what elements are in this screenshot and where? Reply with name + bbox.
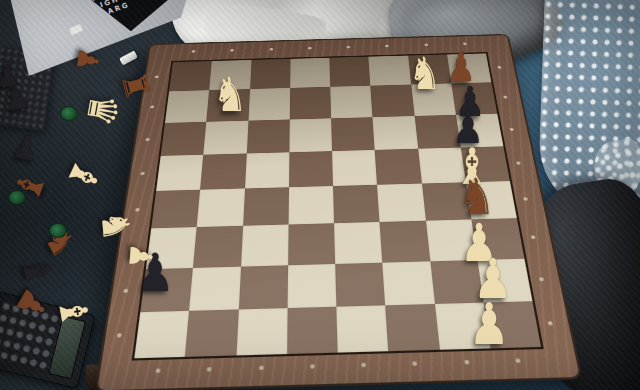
pile-piece-cream-queen[interactable]: ♛ (80, 91, 125, 130)
square-f3[interactable] (373, 116, 418, 150)
square-d5[interactable] (288, 186, 334, 225)
square-b8[interactable] (185, 309, 238, 357)
square-f7[interactable] (382, 261, 434, 305)
frame-dot (531, 236, 536, 240)
felt-base (8, 190, 26, 205)
square-e6[interactable] (334, 222, 382, 263)
piece-knight-b2[interactable]: ♞ (213, 71, 247, 119)
frame-dot (308, 47, 312, 50)
square-e4[interactable] (332, 150, 377, 186)
frame-dot (548, 321, 553, 325)
pile-piece-cream-bishop[interactable]: ♝ (53, 294, 95, 331)
square-c4[interactable] (245, 152, 290, 188)
square-d2[interactable] (290, 87, 332, 119)
square-b6[interactable] (193, 226, 242, 267)
square-c1[interactable] (250, 59, 291, 89)
square-d6[interactable] (288, 223, 335, 264)
square-a3[interactable] (161, 121, 207, 155)
square-f5[interactable] (377, 184, 425, 223)
frame-dot (503, 96, 507, 99)
frame-dot (509, 128, 513, 131)
square-d8[interactable] (287, 306, 338, 354)
square-d7[interactable] (287, 264, 336, 308)
square-b4[interactable] (200, 153, 246, 189)
square-a2[interactable] (165, 90, 209, 122)
frame-dot (361, 363, 366, 368)
square-f1[interactable] (369, 56, 411, 86)
frame-dot (516, 161, 521, 164)
felt-base (49, 223, 67, 238)
frame-dot (140, 172, 144, 175)
frame-dot (497, 66, 501, 69)
frame-dot (464, 360, 469, 365)
square-c6[interactable] (241, 225, 289, 266)
frame-dot (117, 333, 122, 337)
square-f4[interactable] (375, 149, 422, 185)
square-d4[interactable] (289, 151, 333, 187)
frame-dot (259, 366, 264, 371)
square-c5[interactable] (243, 187, 289, 226)
frame-dot (207, 367, 212, 372)
frame-dot (192, 50, 196, 53)
square-a1[interactable] (169, 61, 212, 91)
frame-dot (515, 358, 520, 363)
square-e8[interactable] (336, 305, 388, 353)
square-f2[interactable] (371, 85, 415, 117)
frame-dot (385, 45, 389, 48)
frame-dot (523, 197, 528, 200)
frame-dot (155, 76, 159, 79)
square-e3[interactable] (331, 117, 375, 151)
pile-piece-cream-knight[interactable]: ♞ (96, 209, 136, 243)
square-c8[interactable] (236, 308, 287, 356)
frame-dot (145, 138, 149, 141)
piece-pawn-h8[interactable]: ♟ (468, 295, 509, 353)
pile-piece-black-pawn[interactable]: ♟ (9, 129, 42, 167)
square-e1[interactable] (329, 57, 370, 87)
frame-dot (123, 288, 128, 292)
square-b3[interactable] (204, 120, 249, 154)
square-f6[interactable] (380, 221, 430, 262)
square-d1[interactable] (290, 58, 330, 88)
frame-dot (150, 106, 154, 109)
frame-dot (230, 49, 234, 52)
photo-stage: RAM HIGH CHARG ♟ ♜ ♛ ♟ ♝ ♟ ♝ ♞ ♟ ♝ ♞ ♝ ♟… (0, 0, 640, 390)
square-b7[interactable] (189, 266, 240, 310)
frame-dot (156, 368, 161, 373)
square-f8[interactable] (385, 304, 439, 351)
pile-piece-brown-pawn[interactable]: ♟ (72, 46, 104, 74)
frame-dot (269, 48, 273, 51)
frame-dot (413, 361, 418, 366)
pile-piece-cream-pawn[interactable]: ♟ (124, 242, 157, 270)
square-e2[interactable] (330, 86, 372, 118)
square-a4[interactable] (156, 154, 203, 190)
felt-base (60, 106, 78, 121)
square-c2[interactable] (248, 88, 290, 120)
square-a8[interactable] (134, 311, 189, 359)
square-c3[interactable] (246, 119, 289, 153)
frame-dot (310, 364, 315, 369)
piece-knight-g2[interactable]: ♞ (409, 51, 441, 96)
frame-dot (424, 44, 428, 47)
pile-piece-cream-bishop[interactable]: ♝ (61, 154, 108, 197)
square-a5[interactable] (151, 190, 200, 229)
square-b5[interactable] (197, 188, 245, 227)
square-e7[interactable] (335, 262, 385, 306)
square-e5[interactable] (333, 185, 380, 224)
frame-dot (539, 277, 544, 281)
frame-dot (347, 46, 351, 49)
pile-piece-black-pawn[interactable]: ♟ (0, 61, 21, 92)
square-c7[interactable] (238, 265, 288, 309)
square-d3[interactable] (289, 118, 332, 152)
